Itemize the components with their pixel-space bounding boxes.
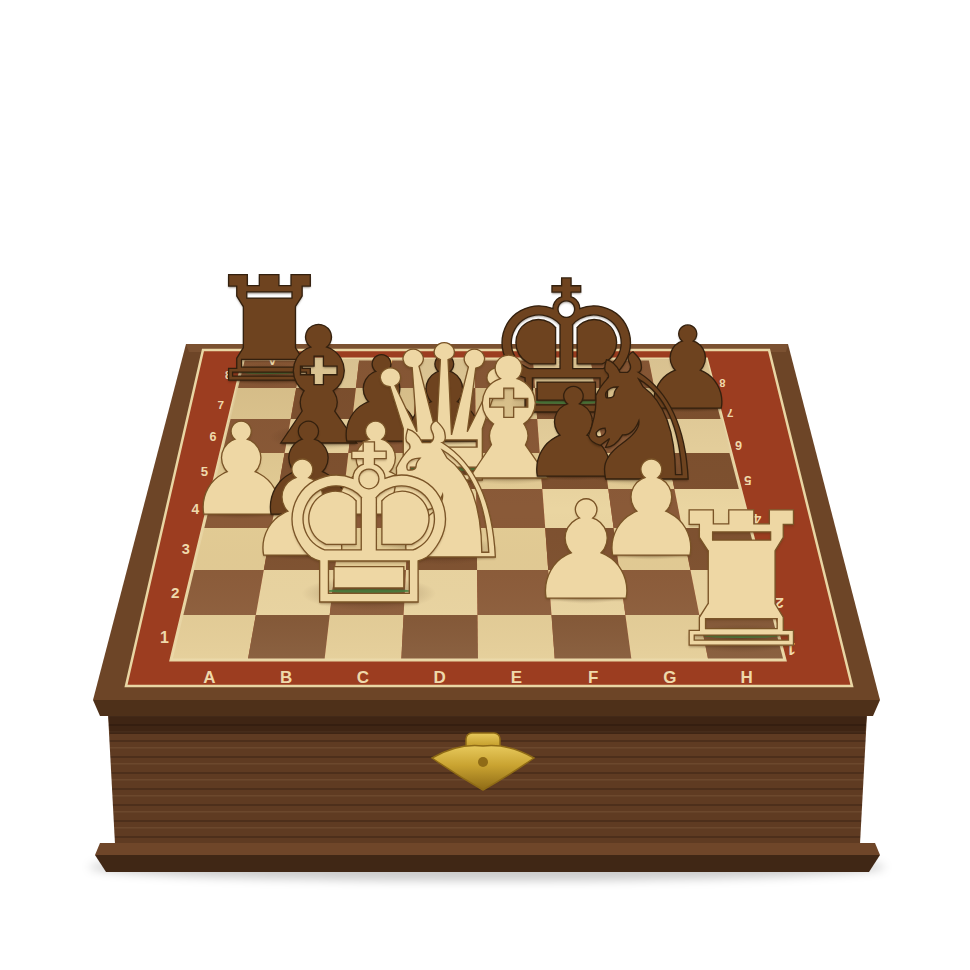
box-base-foot — [95, 855, 880, 872]
chess-box-photo: AABBCCDDEEFFGGHH1122334455667788 ♜♚♟♝♟♟♛… — [0, 0, 970, 970]
piece-white-pawn-f2[interactable]: ♟ — [525, 484, 647, 620]
latch-stud — [478, 757, 488, 767]
rank-label-right-6: 6 — [735, 438, 742, 452]
box-front-shadow-band — [108, 714, 867, 734]
file-label-bottom-a: A — [203, 668, 215, 687]
rank-label-left-2: 2 — [171, 584, 180, 601]
piece-white-rook-h1[interactable]: ♜ — [658, 489, 824, 675]
file-label-bottom-b: B — [280, 668, 292, 687]
rank-label-left-1: 1 — [160, 629, 169, 646]
board-front-bevel — [93, 700, 880, 716]
file-label-bottom-d: D — [433, 668, 445, 687]
piece-white-king-c2[interactable]: ♚ — [270, 417, 467, 636]
file-label-bottom-c: C — [357, 668, 369, 687]
file-label-bottom-e: E — [511, 668, 522, 687]
box-base-molding — [95, 843, 880, 855]
file-label-bottom-f: F — [588, 668, 598, 687]
